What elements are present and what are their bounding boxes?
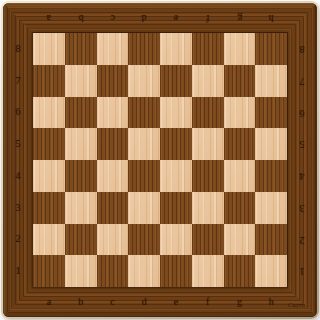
square-g3[interactable] — [224, 192, 256, 224]
square-d1[interactable] — [128, 255, 160, 287]
square-c5[interactable] — [97, 128, 129, 160]
square-a2[interactable] — [33, 224, 65, 256]
square-f6[interactable] — [192, 97, 224, 129]
square-d2[interactable] — [128, 224, 160, 256]
square-c2[interactable] — [97, 224, 129, 256]
square-e5[interactable] — [160, 128, 192, 160]
square-g5[interactable] — [224, 128, 256, 160]
square-e3[interactable] — [160, 192, 192, 224]
square-g6[interactable] — [224, 97, 256, 129]
square-b3[interactable] — [65, 192, 97, 224]
square-f3[interactable] — [192, 192, 224, 224]
square-a8[interactable] — [33, 33, 65, 65]
square-c4[interactable] — [97, 160, 129, 192]
square-f4[interactable] — [192, 160, 224, 192]
square-e6[interactable] — [160, 97, 192, 129]
square-c3[interactable] — [97, 192, 129, 224]
square-d7[interactable] — [128, 65, 160, 97]
square-c6[interactable] — [97, 97, 129, 129]
square-c7[interactable] — [97, 65, 129, 97]
chess-board-photo: abcdefgh abcdefgh 87654321 87654321 Cayr… — [0, 0, 320, 320]
square-h5[interactable] — [255, 128, 287, 160]
square-b4[interactable] — [65, 160, 97, 192]
square-e2[interactable] — [160, 224, 192, 256]
square-d3[interactable] — [128, 192, 160, 224]
square-d6[interactable] — [128, 97, 160, 129]
square-g1[interactable] — [224, 255, 256, 287]
square-h7[interactable] — [255, 65, 287, 97]
square-g8[interactable] — [224, 33, 256, 65]
square-h4[interactable] — [255, 160, 287, 192]
square-h6[interactable] — [255, 97, 287, 129]
square-e8[interactable] — [160, 33, 192, 65]
square-c8[interactable] — [97, 33, 129, 65]
square-d8[interactable] — [128, 33, 160, 65]
square-b7[interactable] — [65, 65, 97, 97]
square-a6[interactable] — [33, 97, 65, 129]
square-b5[interactable] — [65, 128, 97, 160]
square-f5[interactable] — [192, 128, 224, 160]
square-c1[interactable] — [97, 255, 129, 287]
square-h2[interactable] — [255, 224, 287, 256]
square-a1[interactable] — [33, 255, 65, 287]
square-b1[interactable] — [65, 255, 97, 287]
square-f7[interactable] — [192, 65, 224, 97]
square-d4[interactable] — [128, 160, 160, 192]
square-a3[interactable] — [33, 192, 65, 224]
square-b8[interactable] — [65, 33, 97, 65]
cayro-logo: Cayro — [288, 301, 305, 308]
square-a4[interactable] — [33, 160, 65, 192]
square-b6[interactable] — [65, 97, 97, 129]
square-h1[interactable] — [255, 255, 287, 287]
square-f2[interactable] — [192, 224, 224, 256]
square-f1[interactable] — [192, 255, 224, 287]
square-g4[interactable] — [224, 160, 256, 192]
chess-board: abcdefgh abcdefgh 87654321 87654321 Cayr… — [3, 3, 317, 317]
square-g7[interactable] — [224, 65, 256, 97]
square-b2[interactable] — [65, 224, 97, 256]
square-f8[interactable] — [192, 33, 224, 65]
square-h3[interactable] — [255, 192, 287, 224]
square-e4[interactable] — [160, 160, 192, 192]
square-a7[interactable] — [33, 65, 65, 97]
board-squares — [33, 33, 287, 287]
square-e7[interactable] — [160, 65, 192, 97]
square-h8[interactable] — [255, 33, 287, 65]
square-d5[interactable] — [128, 128, 160, 160]
square-g2[interactable] — [224, 224, 256, 256]
square-a5[interactable] — [33, 128, 65, 160]
square-e1[interactable] — [160, 255, 192, 287]
